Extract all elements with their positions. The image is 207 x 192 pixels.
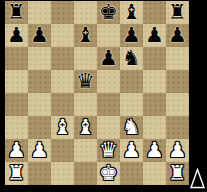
white-queen[interactable]: ♛ [97, 139, 120, 162]
square-c6[interactable] [51, 47, 74, 70]
square-g4[interactable] [143, 93, 166, 116]
square-c7[interactable] [51, 24, 74, 47]
square-b3[interactable] [28, 116, 51, 139]
square-g5[interactable] [143, 70, 166, 93]
square-e7[interactable] [97, 24, 120, 47]
square-d6[interactable] [74, 47, 97, 70]
white-bishop[interactable]: ♝ [74, 116, 97, 139]
square-c8[interactable] [51, 1, 74, 24]
square-b8[interactable] [28, 1, 51, 24]
black-king[interactable]: ♚ [97, 1, 120, 24]
square-h6[interactable] [166, 47, 189, 70]
triangle-icon [191, 170, 204, 188]
white-pawn[interactable]: ♟ [28, 139, 51, 162]
chess-app-window: ♜♚♝♜♟♟♝♟♟♟♟♞♛♝♝♞♟♟♛♟♟♟♜♚♜ [0, 0, 207, 192]
square-b6[interactable] [28, 47, 51, 70]
square-b7[interactable]: ♟ [28, 24, 51, 47]
square-b2[interactable]: ♟ [28, 139, 51, 162]
square-d8[interactable] [74, 1, 97, 24]
square-c2[interactable] [51, 139, 74, 162]
square-h3[interactable] [166, 116, 189, 139]
square-e4[interactable] [97, 93, 120, 116]
black-bishop[interactable]: ♝ [74, 24, 97, 47]
square-h5[interactable] [166, 70, 189, 93]
square-h4[interactable] [166, 93, 189, 116]
black-pawn[interactable]: ♟ [120, 24, 143, 47]
square-c5[interactable] [51, 70, 74, 93]
square-e3[interactable] [97, 116, 120, 139]
black-rook[interactable]: ♜ [166, 1, 189, 24]
black-bishop[interactable]: ♝ [120, 1, 143, 24]
black-pawn[interactable]: ♟ [97, 47, 120, 70]
white-knight[interactable]: ♞ [120, 116, 143, 139]
square-f5[interactable] [120, 70, 143, 93]
square-g8[interactable] [143, 1, 166, 24]
square-b1[interactable] [28, 162, 51, 185]
square-e2[interactable]: ♛ [97, 139, 120, 162]
square-g6[interactable] [143, 47, 166, 70]
square-e5[interactable] [97, 70, 120, 93]
square-d7[interactable]: ♝ [74, 24, 97, 47]
square-d4[interactable] [74, 93, 97, 116]
square-a8[interactable]: ♜ [5, 1, 28, 24]
square-a3[interactable] [5, 116, 28, 139]
white-pawn[interactable]: ♟ [5, 139, 28, 162]
square-h1[interactable]: ♜ [166, 162, 189, 185]
square-a2[interactable]: ♟ [5, 139, 28, 162]
square-d2[interactable] [74, 139, 97, 162]
square-a6[interactable] [5, 47, 28, 70]
move-indicator-triangle [190, 168, 205, 189]
square-b5[interactable] [28, 70, 51, 93]
white-pawn[interactable]: ♟ [143, 139, 166, 162]
square-f4[interactable] [120, 93, 143, 116]
square-a7[interactable]: ♟ [5, 24, 28, 47]
square-f7[interactable]: ♟ [120, 24, 143, 47]
square-g3[interactable] [143, 116, 166, 139]
square-h8[interactable]: ♜ [166, 1, 189, 24]
square-g2[interactable]: ♟ [143, 139, 166, 162]
square-g7[interactable]: ♟ [143, 24, 166, 47]
square-e6[interactable]: ♟ [97, 47, 120, 70]
black-queen[interactable]: ♛ [74, 70, 97, 93]
black-pawn[interactable]: ♟ [5, 24, 28, 47]
white-pawn[interactable]: ♟ [120, 139, 143, 162]
square-h2[interactable]: ♟ [166, 139, 189, 162]
square-d1[interactable] [74, 162, 97, 185]
white-bishop[interactable]: ♝ [51, 116, 74, 139]
square-a4[interactable] [5, 93, 28, 116]
square-f6[interactable]: ♞ [120, 47, 143, 70]
black-knight[interactable]: ♞ [120, 47, 143, 70]
white-king[interactable]: ♚ [97, 162, 120, 185]
square-a5[interactable] [5, 70, 28, 93]
square-c4[interactable] [51, 93, 74, 116]
square-f8[interactable]: ♝ [120, 1, 143, 24]
square-f3[interactable]: ♞ [120, 116, 143, 139]
black-pawn[interactable]: ♟ [166, 24, 189, 47]
square-h7[interactable]: ♟ [166, 24, 189, 47]
white-rook[interactable]: ♜ [5, 162, 28, 185]
side-panel [189, 0, 207, 192]
square-f2[interactable]: ♟ [120, 139, 143, 162]
black-rook[interactable]: ♜ [5, 1, 28, 24]
square-a1[interactable]: ♜ [5, 162, 28, 185]
square-g1[interactable] [143, 162, 166, 185]
black-pawn[interactable]: ♟ [143, 24, 166, 47]
square-d3[interactable]: ♝ [74, 116, 97, 139]
square-c1[interactable] [51, 162, 74, 185]
square-e8[interactable]: ♚ [97, 1, 120, 24]
black-pawn[interactable]: ♟ [28, 24, 51, 47]
white-pawn[interactable]: ♟ [166, 139, 189, 162]
square-c3[interactable]: ♝ [51, 116, 74, 139]
square-e1[interactable]: ♚ [97, 162, 120, 185]
square-d5[interactable]: ♛ [74, 70, 97, 93]
white-rook[interactable]: ♜ [166, 162, 189, 185]
square-f1[interactable] [120, 162, 143, 185]
square-b4[interactable] [28, 93, 51, 116]
chess-board: ♜♚♝♜♟♟♝♟♟♟♟♞♛♝♝♞♟♟♛♟♟♟♜♚♜ [5, 1, 189, 185]
